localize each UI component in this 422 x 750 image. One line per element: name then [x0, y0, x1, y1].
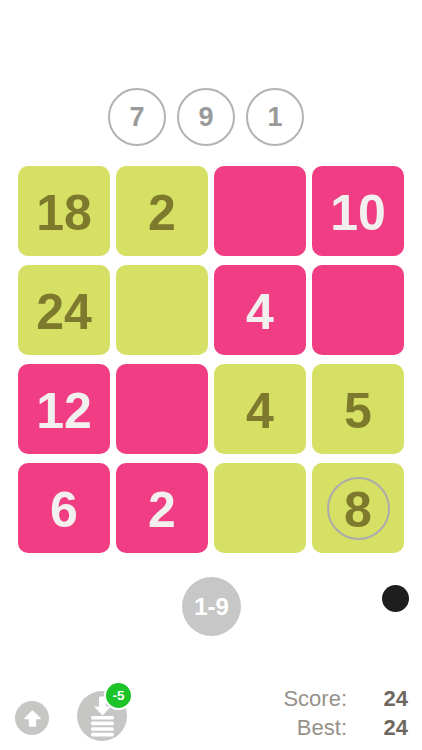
tile-r3c0[interactable]: 6 — [18, 463, 110, 553]
tile-r1c0[interactable]: 24 — [18, 265, 110, 355]
best-label: Best: — [283, 716, 347, 739]
tile-r2c1[interactable] — [116, 364, 208, 454]
cost-badge: -5 — [104, 681, 133, 710]
tile-r2c2[interactable]: 4 — [214, 364, 306, 454]
up-arrow-button[interactable] — [15, 701, 49, 735]
queue-number: 7 — [129, 102, 144, 133]
tile-r1c2[interactable]: 4 — [214, 265, 306, 355]
next-numbers-queue: 7 9 1 — [108, 88, 304, 146]
range-label: 1-9 — [194, 593, 229, 621]
best-value: 24 — [347, 716, 408, 739]
queue-number: 1 — [267, 102, 282, 133]
queue-circle-3: 1 — [246, 88, 304, 146]
tile-r1c1[interactable] — [116, 265, 208, 355]
game-screen: 7 9 1 18 2 10 24 4 12 4 5 6 2 8 1-9 — [0, 0, 422, 750]
black-dot-indicator — [382, 585, 409, 612]
score-panel: Score: 24 Best: 24 — [283, 687, 408, 739]
tile-r3c3[interactable]: 8 — [312, 463, 404, 553]
tile-r2c3[interactable]: 5 — [312, 364, 404, 454]
game-board: 18 2 10 24 4 12 4 5 6 2 8 — [18, 166, 404, 553]
tile-r1c3[interactable] — [312, 265, 404, 355]
tile-r0c2[interactable] — [214, 166, 306, 256]
tile-r0c1[interactable]: 2 — [116, 166, 208, 256]
range-button[interactable]: 1-9 — [182, 577, 241, 636]
tile-r0c3[interactable]: 10 — [312, 166, 404, 256]
tile-r0c0[interactable]: 18 — [18, 166, 110, 256]
tile-r3c2[interactable] — [214, 463, 306, 553]
tile-r2c0[interactable]: 12 — [18, 364, 110, 454]
score-label: Score: — [283, 687, 347, 710]
up-arrow-icon — [23, 709, 42, 728]
tile-r3c1[interactable]: 2 — [116, 463, 208, 553]
queue-circle-1: 7 — [108, 88, 166, 146]
queue-circle-2: 9 — [177, 88, 235, 146]
queue-number: 9 — [198, 102, 213, 133]
cost-badge-label: -5 — [112, 688, 124, 703]
score-value: 24 — [347, 687, 408, 710]
